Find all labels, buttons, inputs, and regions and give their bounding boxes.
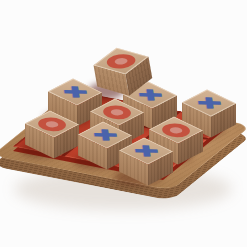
photo-scene: ✖✖✖✖✖	[0, 0, 247, 247]
